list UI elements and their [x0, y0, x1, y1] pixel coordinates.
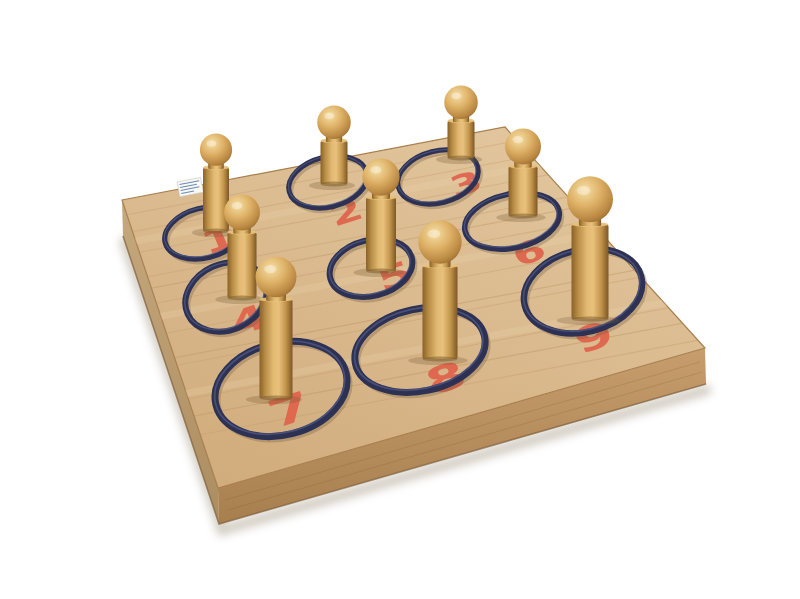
peg-head-highlight [370, 166, 381, 173]
peg-body [228, 232, 257, 298]
peg-head [418, 220, 461, 263]
peg-head-highlight [513, 136, 524, 143]
peg-head [505, 128, 541, 164]
peg-body [321, 141, 348, 184]
peg-foot [448, 155, 475, 160]
peg-head-highlight [324, 113, 334, 120]
peg-body [203, 167, 229, 231]
peg-body [423, 266, 458, 359]
peg-foot [203, 228, 229, 233]
peg-foot [423, 356, 458, 361]
peg-head [256, 256, 297, 297]
peg-body [260, 299, 293, 398]
peg-body [448, 121, 475, 158]
peg-body [366, 198, 396, 271]
peg-foot [366, 268, 396, 273]
peg-head [317, 105, 350, 138]
peg-foot [228, 295, 257, 300]
peg-body [572, 225, 609, 319]
ring-toss-scene: 123456789 [0, 0, 800, 599]
ring-toss-game-photo: Wooden ring toss peg board, 3x3 grid num… [0, 0, 800, 599]
peg-foot [572, 316, 609, 321]
peg-head [224, 194, 260, 230]
peg-head-highlight [232, 202, 243, 209]
peg-head [444, 85, 477, 118]
peg-foot [509, 213, 538, 218]
peg-body [509, 166, 538, 216]
peg-foot [260, 395, 293, 400]
peg-head-highlight [577, 186, 591, 195]
peg-head [567, 176, 613, 222]
peg-head [200, 134, 232, 166]
peg-head-highlight [451, 93, 461, 100]
peg-head-highlight [207, 140, 217, 146]
peg-foot [321, 181, 348, 186]
peg-head-highlight [264, 265, 276, 273]
peg-head [362, 158, 399, 195]
peg-head-highlight [427, 229, 440, 238]
